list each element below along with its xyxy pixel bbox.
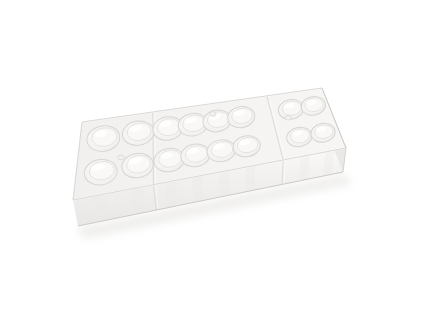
product-photo xyxy=(0,0,423,318)
registration-dimple xyxy=(285,115,291,120)
registration-dimple xyxy=(118,155,124,160)
front-refraction-streak xyxy=(224,171,225,196)
front-refraction-streak xyxy=(303,156,305,180)
front-refraction-streak xyxy=(197,176,198,201)
chocolate-mould-scene xyxy=(0,0,423,318)
front-refraction-streak xyxy=(170,182,172,207)
front-refraction-streak xyxy=(99,195,103,221)
front-refraction-streak xyxy=(137,188,140,214)
registration-dimple xyxy=(210,112,216,117)
front-refraction-streak xyxy=(327,151,330,175)
